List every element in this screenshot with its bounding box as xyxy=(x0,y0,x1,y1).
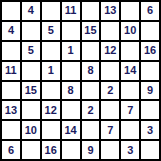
grid-cell-clue: 16 xyxy=(42,141,60,159)
grid-cell-empty[interactable] xyxy=(141,141,159,159)
grid-cell-empty[interactable] xyxy=(42,42,60,60)
grid-cell-empty[interactable] xyxy=(82,42,100,60)
grid-cell-empty[interactable] xyxy=(22,141,40,159)
grid-cell-empty[interactable] xyxy=(22,101,40,119)
grid-cell-clue: 13 xyxy=(2,101,20,119)
grid-cell-empty[interactable] xyxy=(62,62,80,80)
grid-cell-clue: 15 xyxy=(82,22,100,40)
grid-cell-clue: 3 xyxy=(121,141,139,159)
grid-cell-clue: 5 xyxy=(42,22,60,40)
grid-cell-clue: 8 xyxy=(82,62,100,80)
grid-cell-clue: 3 xyxy=(141,121,159,139)
grid-cell-clue: 13 xyxy=(101,2,119,20)
grid-cell-empty[interactable] xyxy=(62,22,80,40)
grid-cell-empty[interactable] xyxy=(101,62,119,80)
grid-cell-empty[interactable] xyxy=(121,42,139,60)
grid-cell-clue: 6 xyxy=(141,2,159,20)
grid-cell-clue: 14 xyxy=(62,121,80,139)
grid-cell-clue: 4 xyxy=(22,2,40,20)
grid-cell-clue: 1 xyxy=(42,62,60,80)
grid-cell-clue: 2 xyxy=(101,82,119,100)
grid-cell-clue: 7 xyxy=(101,121,119,139)
grid-cell-clue: 2 xyxy=(82,101,100,119)
grid-cell-clue: 16 xyxy=(141,42,159,60)
grid-cell-empty[interactable] xyxy=(2,82,20,100)
grid-cell-empty[interactable] xyxy=(2,42,20,60)
grid-cell-empty[interactable] xyxy=(82,121,100,139)
grid-cell-clue: 14 xyxy=(121,62,139,80)
grid-cell-clue: 7 xyxy=(121,101,139,119)
grid-cell-empty[interactable] xyxy=(2,121,20,139)
grid-cell-clue: 1 xyxy=(62,42,80,60)
grid-cell-clue: 4 xyxy=(2,22,20,40)
grid-cell-clue: 10 xyxy=(121,22,139,40)
grid-cell-empty[interactable] xyxy=(62,101,80,119)
grid-cell-clue: 12 xyxy=(42,101,60,119)
grid-cell-empty[interactable] xyxy=(62,141,80,159)
grid-cell-empty[interactable] xyxy=(121,82,139,100)
grid-cell-empty[interactable] xyxy=(101,101,119,119)
grid-cell-empty[interactable] xyxy=(42,82,60,100)
grid-cell-clue: 9 xyxy=(82,141,100,159)
grid-cell-clue: 8 xyxy=(62,82,80,100)
grid-cell-empty[interactable] xyxy=(22,62,40,80)
grid-cell-empty[interactable] xyxy=(141,101,159,119)
grid-cell-empty[interactable] xyxy=(141,22,159,40)
grid-cell-clue: 10 xyxy=(22,121,40,139)
grid-cell-clue: 15 xyxy=(22,82,40,100)
grid-cell-clue: 11 xyxy=(2,62,20,80)
grid-cell-clue: 12 xyxy=(101,42,119,60)
grid-cell-empty[interactable] xyxy=(141,62,159,80)
grid-cell-clue: 11 xyxy=(62,2,80,20)
grid-cell-empty[interactable] xyxy=(101,141,119,159)
puzzle-board: 4111364515105112161118141582913122710147… xyxy=(0,0,161,161)
grid-cell-empty[interactable] xyxy=(82,82,100,100)
grid-cell-clue: 6 xyxy=(2,141,20,159)
grid-cell-clue: 9 xyxy=(141,82,159,100)
grid-cell-empty[interactable] xyxy=(121,2,139,20)
grid-cell-clue: 5 xyxy=(22,42,40,60)
grid-cell-empty[interactable] xyxy=(121,121,139,139)
grid-cell-empty[interactable] xyxy=(2,2,20,20)
grid-cell-empty[interactable] xyxy=(42,2,60,20)
grid-cell-empty[interactable] xyxy=(101,22,119,40)
grid-cell-empty[interactable] xyxy=(22,22,40,40)
grid-cell-empty[interactable] xyxy=(82,2,100,20)
grid-cell-empty[interactable] xyxy=(42,121,60,139)
